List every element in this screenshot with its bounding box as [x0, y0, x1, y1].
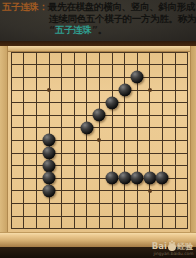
grid-cell-9-5	[106, 96, 119, 109]
grid-cell-12-5	[144, 96, 157, 109]
grid-cell-14-11	[169, 172, 182, 185]
grid-cell-11-9	[131, 147, 144, 160]
grid-cell-9-6	[106, 109, 119, 122]
grid-cell-4-13	[43, 197, 56, 210]
grid-cell-2-9	[18, 147, 31, 160]
grid-cell-5-9	[55, 147, 68, 160]
grid-cell-15-14	[181, 210, 194, 223]
grid-cell-12-7	[144, 122, 157, 135]
grid-cell-14-4	[169, 84, 182, 97]
instruction-line-1: 五子连珠：最先在棋盘的横向、竖向、斜向形成	[2, 1, 196, 13]
grid-cell-9-11	[106, 172, 119, 185]
grid-cell-2-5	[18, 96, 31, 109]
grid-cell-1-6	[5, 109, 18, 122]
grid-cell-15-10	[181, 159, 194, 172]
grid-cell-5-7	[55, 122, 68, 135]
grid-cell-2-6	[18, 109, 31, 122]
page: 五子连珠：最先在棋盘的横向、竖向、斜向形成 连续同色五个棋子的一方为胜。称为 “…	[0, 0, 196, 258]
grid-cell-6-9	[68, 147, 81, 160]
grid-cell-11-12	[131, 185, 144, 198]
quote-text: 五子连珠	[55, 24, 92, 35]
grid-cell-9-9	[106, 147, 119, 160]
grid-cell-3-13	[30, 197, 43, 210]
watermark: Bai 经验 jingyan.baidu.com	[138, 242, 193, 257]
grid-cell-5-5	[55, 96, 68, 109]
grid-cell-1-10	[5, 159, 18, 172]
grid-cell-3-9	[30, 147, 43, 160]
grid-cell-4-3	[43, 71, 56, 84]
grid-cell-3-5	[30, 96, 43, 109]
grid-cell-14-2	[169, 59, 182, 72]
grid-cell-9-14	[106, 210, 119, 223]
black-stone	[118, 172, 131, 185]
grid-cell-14-6	[169, 109, 182, 122]
grid-cell-6-8	[68, 134, 81, 147]
grid-cell-3-1	[30, 46, 43, 59]
grid-cell-11-10	[131, 159, 144, 172]
baidu-logo-text: Bai	[152, 242, 167, 251]
instruction-line-3: “五子连珠”。	[2, 24, 196, 36]
grid-cell-13-5	[156, 96, 169, 109]
grid-cell-13-12	[156, 185, 169, 198]
grid-cell-5-2	[55, 59, 68, 72]
board-base: Bai 经验 jingyan.baidu.com	[0, 247, 196, 258]
grid-cell-10-1	[118, 46, 131, 59]
grid-cell-10-14	[118, 210, 131, 223]
grid-cell-5-10	[55, 159, 68, 172]
grid-cell-10-6	[118, 109, 131, 122]
grid-cell-7-14	[81, 210, 94, 223]
grid-cell-7-1	[81, 46, 94, 59]
grid-cell-7-9	[81, 147, 94, 160]
grid-cell-9-2	[106, 59, 119, 72]
grid-cell-7-12	[81, 185, 94, 198]
grid-cell-1-5	[5, 96, 18, 109]
grid-cell-11-6	[131, 109, 144, 122]
grid-cell-15-7	[181, 122, 194, 135]
grid-cell-7-4	[81, 84, 94, 97]
grid-cell-2-3	[18, 71, 31, 84]
grid-cell-14-12	[169, 185, 182, 198]
grid-cell-5-8	[55, 134, 68, 147]
grid-cell-11-3	[131, 71, 144, 84]
grid-cell-12-3	[144, 71, 157, 84]
black-stone	[106, 172, 119, 185]
black-stone	[43, 184, 56, 197]
grid-cell-3-11	[30, 172, 43, 185]
grid-cell-10-10	[118, 159, 131, 172]
grid-cell-8-12	[93, 185, 106, 198]
grid-cell-8-7	[93, 122, 106, 135]
grid-cell-7-8	[81, 134, 94, 147]
grid-cell-6-7	[68, 122, 81, 135]
grid-cell-5-4	[55, 84, 68, 97]
grid-cell-7-2	[81, 59, 94, 72]
grid-cell-1-11	[5, 172, 18, 185]
grid-cell-5-14	[55, 210, 68, 223]
star-point	[148, 189, 152, 193]
grid-cell-7-7	[81, 122, 94, 135]
grid-cell-2-4	[18, 84, 31, 97]
grid-cell-11-4	[131, 84, 144, 97]
grid-cell-12-1	[144, 46, 157, 59]
grid-cell-1-1	[5, 46, 18, 59]
grid-cell-3-7	[30, 122, 43, 135]
grid-cell-1-14	[5, 210, 18, 223]
grid-cell-15-11	[181, 172, 194, 185]
grid-cell-9-12	[106, 185, 119, 198]
grid-cell-6-4	[68, 84, 81, 97]
grid-cell-12-12	[144, 185, 157, 198]
grid-cell-15-3	[181, 71, 194, 84]
grid-cell-11-13	[131, 197, 144, 210]
grid-cell-11-11	[131, 172, 144, 185]
black-stone	[43, 147, 56, 160]
grid-cell-7-3	[81, 71, 94, 84]
grid-cell-4-4	[43, 84, 56, 97]
grid-cell-15-12	[181, 185, 194, 198]
grid-cell-3-8	[30, 134, 43, 147]
grid-cell-8-5	[93, 96, 106, 109]
grid-cell-5-1	[55, 46, 68, 59]
grid-cell-9-3	[106, 71, 119, 84]
grid-cell-11-5	[131, 96, 144, 109]
grid-cell-10-7	[118, 122, 131, 135]
grid-cell-2-8	[18, 134, 31, 147]
grid-cell-4-8	[43, 134, 56, 147]
grid-cell-11-1	[131, 46, 144, 59]
grid-cell-14-13	[169, 197, 182, 210]
grid-cell-8-11	[93, 172, 106, 185]
black-stone	[43, 134, 56, 147]
grid-cell-6-14	[68, 210, 81, 223]
grid-cell-1-8	[5, 134, 18, 147]
grid-cell-6-2	[68, 59, 81, 72]
grid-cell-3-14	[30, 210, 43, 223]
instruction-line-2: 连续同色五个棋子的一方为胜。称为	[2, 13, 196, 25]
grid-cell-5-13	[55, 197, 68, 210]
grid-cell-6-5	[68, 96, 81, 109]
grid-cell-6-1	[68, 46, 81, 59]
grid-cell-15-8	[181, 134, 194, 147]
grid-cell-13-10	[156, 159, 169, 172]
grid-cell-4-9	[43, 147, 56, 160]
grid-cell-14-14	[169, 210, 182, 223]
grid-cell-10-12	[118, 185, 131, 198]
grid-cell-2-10	[18, 159, 31, 172]
grid-cell-12-11	[144, 172, 157, 185]
grid-cell-7-6	[81, 109, 94, 122]
grid-cell-11-7	[131, 122, 144, 135]
grid-cell-15-5	[181, 96, 194, 109]
grid-cell-11-8	[131, 134, 144, 147]
grid-cell-12-6	[144, 109, 157, 122]
grid-cell-5-12	[55, 185, 68, 198]
grid-cell-10-2	[118, 59, 131, 72]
grid-cell-3-2	[30, 59, 43, 72]
grid-cell-13-8	[156, 134, 169, 147]
grid-cell-9-10	[106, 159, 119, 172]
grid-cell-12-10	[144, 159, 157, 172]
star-point	[97, 138, 101, 142]
grid-cell-15-6	[181, 109, 194, 122]
grid-cell-13-3	[156, 71, 169, 84]
grid-cell-1-7	[5, 122, 18, 135]
grid-cell-2-2	[18, 59, 31, 72]
star-point	[47, 88, 51, 92]
grid-cell-15-4	[181, 84, 194, 97]
grid-cell-13-14	[156, 210, 169, 223]
grid-cell-14-1	[169, 46, 182, 59]
grid-cell-6-13	[68, 197, 81, 210]
grid-cell-1-4	[5, 84, 18, 97]
grid-cell-4-6	[43, 109, 56, 122]
grid-cell-4-11	[43, 172, 56, 185]
grid-cell-13-11	[156, 172, 169, 185]
grid-cell-8-13	[93, 197, 106, 210]
grid-cell-8-4	[93, 84, 106, 97]
grid-cell-10-8	[118, 134, 131, 147]
black-stone	[106, 96, 119, 109]
grid-cell-8-9	[93, 147, 106, 160]
grid-cell-13-13	[156, 197, 169, 210]
grid-cell-10-3	[118, 71, 131, 84]
grid-cell-2-13	[18, 197, 31, 210]
baidu-paw-icon	[168, 243, 176, 251]
instruction-line-1-text: 最先在棋盘的横向、竖向、斜向形成	[48, 1, 195, 12]
grid-cell-10-5	[118, 96, 131, 109]
grid-cell-8-1	[93, 46, 106, 59]
grid-cell-4-2	[43, 59, 56, 72]
grid-cell-3-10	[30, 159, 43, 172]
grid-cell-2-1	[18, 46, 31, 59]
grid-cell-11-14	[131, 210, 144, 223]
grid-cell-15-9	[181, 147, 194, 160]
instruction-panel: 五子连珠：最先在棋盘的横向、竖向、斜向形成 连续同色五个棋子的一方为胜。称为 “…	[0, 0, 196, 41]
grid-cell-4-10	[43, 159, 56, 172]
grid-cell-8-14	[93, 210, 106, 223]
grid-cell-6-6	[68, 109, 81, 122]
grid-cell-13-7	[156, 122, 169, 135]
board-grid	[5, 46, 194, 235]
grid-cell-15-13	[181, 197, 194, 210]
grid-cell-4-1	[43, 46, 56, 59]
grid-cell-6-11	[68, 172, 81, 185]
watermark-domain: jingyan.baidu.com	[153, 252, 193, 256]
grid-cell-12-2	[144, 59, 157, 72]
grid-cell-3-4	[30, 84, 43, 97]
grid-cell-14-5	[169, 96, 182, 109]
black-stone	[80, 121, 93, 134]
grid-cell-9-1	[106, 46, 119, 59]
grid-cell-6-12	[68, 185, 81, 198]
grid-cell-3-3	[30, 71, 43, 84]
grid-cell-11-2	[131, 59, 144, 72]
black-stone	[43, 159, 56, 172]
grid-cell-8-2	[93, 59, 106, 72]
grid-cell-1-2	[5, 59, 18, 72]
grid-cell-14-7	[169, 122, 182, 135]
grid-cell-8-3	[93, 71, 106, 84]
star-point	[148, 88, 152, 92]
black-stone	[143, 172, 156, 185]
grid-cell-7-13	[81, 197, 94, 210]
grid-cell-13-6	[156, 109, 169, 122]
grid-cell-4-14	[43, 210, 56, 223]
baidu-suffix-text: 经验	[177, 242, 193, 251]
grid-cell-4-5	[43, 96, 56, 109]
grid-cell-9-7	[106, 122, 119, 135]
grid-cell-13-1	[156, 46, 169, 59]
grid-cell-13-9	[156, 147, 169, 160]
grid-cell-5-11	[55, 172, 68, 185]
grid-cell-2-11	[18, 172, 31, 185]
grid-cell-10-4	[118, 84, 131, 97]
term-label: 五子连珠：	[2, 1, 48, 12]
black-stone	[118, 84, 131, 97]
baidu-logo: Bai 经验	[138, 242, 193, 251]
black-stone	[43, 172, 56, 185]
grid-cell-12-4	[144, 84, 157, 97]
grid-cell-8-8	[93, 134, 106, 147]
grid-cell-12-9	[144, 147, 157, 160]
black-stone	[131, 172, 144, 185]
grid-cell-7-10	[81, 159, 94, 172]
grid-cell-14-9	[169, 147, 182, 160]
grid-cell-14-10	[169, 159, 182, 172]
grid-cell-12-8	[144, 134, 157, 147]
grid-cell-1-3	[5, 71, 18, 84]
grid-cell-10-13	[118, 197, 131, 210]
grid-cell-2-12	[18, 185, 31, 198]
grid-cell-7-5	[81, 96, 94, 109]
grid-cell-12-14	[144, 210, 157, 223]
grid-cell-10-11	[118, 172, 131, 185]
instruction-line-2-text: 连续同色五个棋子的一方为胜。称为	[49, 13, 196, 24]
grid-cell-15-2	[181, 59, 194, 72]
grid-cell-13-4	[156, 84, 169, 97]
grid-cell-1-12	[5, 185, 18, 198]
grid-cell-15-1	[181, 46, 194, 59]
grid-cell-3-6	[30, 109, 43, 122]
grid-cell-3-12	[30, 185, 43, 198]
black-stone	[93, 109, 106, 122]
grid-cell-6-3	[68, 71, 81, 84]
grid-cell-9-8	[106, 134, 119, 147]
grid-cell-2-7	[18, 122, 31, 135]
grid-cell-9-13	[106, 197, 119, 210]
grid-cell-4-12	[43, 185, 56, 198]
black-stone	[156, 172, 169, 185]
grid-cell-14-3	[169, 71, 182, 84]
grid-cell-6-10	[68, 159, 81, 172]
grid-cell-1-9	[5, 147, 18, 160]
instruction-line-3-end: 。	[98, 24, 107, 35]
grid-cell-4-7	[43, 122, 56, 135]
grid-cell-13-2	[156, 59, 169, 72]
grid-cell-9-4	[106, 84, 119, 97]
grid-cell-5-6	[55, 109, 68, 122]
grid-cell-5-3	[55, 71, 68, 84]
grid-cell-8-10	[93, 159, 106, 172]
grid-cell-14-8	[169, 134, 182, 147]
grid-cell-7-11	[81, 172, 94, 185]
black-stone	[131, 71, 144, 84]
board-section: Bai 经验 jingyan.baidu.com	[0, 41, 196, 258]
grid-cell-2-14	[18, 210, 31, 223]
grid-cell-8-6	[93, 109, 106, 122]
grid-cell-1-13	[5, 197, 18, 210]
grid-cell-10-9	[118, 147, 131, 160]
grid-cell-12-13	[144, 197, 157, 210]
